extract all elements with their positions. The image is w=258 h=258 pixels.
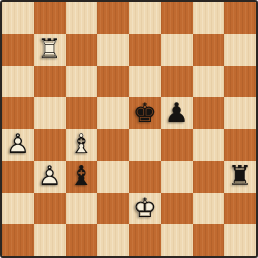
white-pawn-outline-glyph: ♙ [2,128,34,160]
square-h2[interactable] [224,193,256,225]
chess-board-frame: ♜♖♚♟♟♙♝♗♟♙♝♜♚♔ [0,0,258,258]
square-a1[interactable] [2,224,34,256]
square-c6[interactable] [66,66,98,98]
square-h8[interactable] [224,2,256,34]
square-c7[interactable] [66,34,98,66]
square-c2[interactable] [66,193,98,225]
square-f6[interactable] [161,66,193,98]
square-b4[interactable] [34,129,66,161]
piece-black-bishop[interactable]: ♝ [66,161,98,193]
square-a5[interactable] [2,97,34,129]
piece-white-rook[interactable]: ♜♖ [34,34,66,66]
square-g3[interactable] [193,161,225,193]
black-bishop-glyph: ♝ [66,160,98,192]
chess-board: ♜♖♚♟♟♙♝♗♟♙♝♜♚♔ [2,2,256,256]
square-g4[interactable] [193,129,225,161]
square-e5[interactable]: ♚ [129,97,161,129]
square-f4[interactable] [161,129,193,161]
square-e2[interactable]: ♚♔ [129,193,161,225]
square-e7[interactable] [129,34,161,66]
square-h1[interactable] [224,224,256,256]
square-e6[interactable] [129,66,161,98]
square-e3[interactable] [129,161,161,193]
square-f1[interactable] [161,224,193,256]
square-d1[interactable] [97,224,129,256]
piece-white-pawn[interactable]: ♟♙ [34,161,66,193]
white-bishop-outline-glyph: ♗ [66,128,98,160]
square-b2[interactable] [34,193,66,225]
square-d3[interactable] [97,161,129,193]
square-g7[interactable] [193,34,225,66]
square-b5[interactable] [34,97,66,129]
square-d8[interactable] [97,2,129,34]
square-g8[interactable] [193,2,225,34]
square-h5[interactable] [224,97,256,129]
white-king-outline-glyph: ♔ [129,192,161,224]
square-b7[interactable]: ♜♖ [34,34,66,66]
square-h7[interactable] [224,34,256,66]
square-e4[interactable] [129,129,161,161]
square-b1[interactable] [34,224,66,256]
square-c3[interactable]: ♝ [66,161,98,193]
piece-black-pawn[interactable]: ♟ [161,97,193,129]
square-a3[interactable] [2,161,34,193]
square-c5[interactable] [66,97,98,129]
square-a7[interactable] [2,34,34,66]
square-b3[interactable]: ♟♙ [34,161,66,193]
square-g5[interactable] [193,97,225,129]
square-e8[interactable] [129,2,161,34]
square-g2[interactable] [193,193,225,225]
square-f7[interactable] [161,34,193,66]
white-rook-outline-glyph: ♖ [34,33,66,65]
piece-white-bishop[interactable]: ♝♗ [66,129,98,161]
square-g6[interactable] [193,66,225,98]
square-c8[interactable] [66,2,98,34]
piece-white-king[interactable]: ♚♔ [129,193,161,225]
piece-white-pawn[interactable]: ♟♙ [2,129,34,161]
square-d7[interactable] [97,34,129,66]
square-e1[interactable] [129,224,161,256]
chess-app: ♜♖♚♟♟♙♝♗♟♙♝♜♚♔ [0,0,258,258]
square-d4[interactable] [97,129,129,161]
square-f3[interactable] [161,161,193,193]
square-c1[interactable] [66,224,98,256]
square-b6[interactable] [34,66,66,98]
black-king-glyph: ♚ [129,96,161,128]
square-b8[interactable] [34,2,66,34]
square-g1[interactable] [193,224,225,256]
square-h6[interactable] [224,66,256,98]
square-a8[interactable] [2,2,34,34]
square-d5[interactable] [97,97,129,129]
square-f5[interactable]: ♟ [161,97,193,129]
black-pawn-glyph: ♟ [161,96,193,128]
square-a4[interactable]: ♟♙ [2,129,34,161]
piece-black-king[interactable]: ♚ [129,97,161,129]
square-h3[interactable]: ♜ [224,161,256,193]
square-c4[interactable]: ♝♗ [66,129,98,161]
square-a6[interactable] [2,66,34,98]
square-d6[interactable] [97,66,129,98]
black-rook-glyph: ♜ [224,160,256,192]
square-d2[interactable] [97,193,129,225]
white-pawn-outline-glyph: ♙ [34,160,66,192]
square-a2[interactable] [2,193,34,225]
square-h4[interactable] [224,129,256,161]
square-f8[interactable] [161,2,193,34]
piece-black-rook[interactable]: ♜ [224,161,256,193]
square-f2[interactable] [161,193,193,225]
